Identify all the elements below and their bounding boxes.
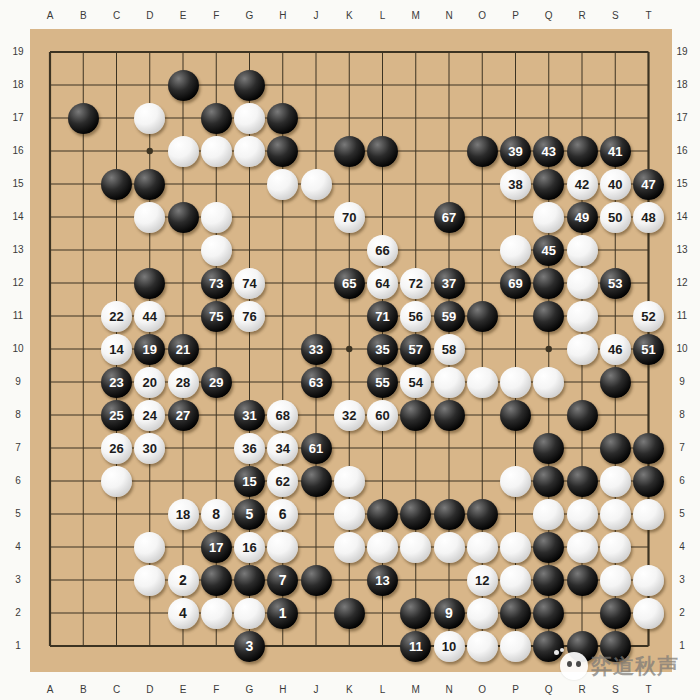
- stone-white-R4: [567, 532, 598, 563]
- move-number: 30: [143, 441, 157, 456]
- move-number: 57: [409, 342, 423, 357]
- coord-label: 4: [15, 542, 21, 552]
- stone-white-S5: [600, 499, 631, 530]
- coord-label: O: [478, 11, 486, 21]
- move-number: 48: [641, 210, 655, 225]
- stone-white-K8-move-32: 32: [334, 400, 365, 431]
- coord-label: 16: [12, 146, 23, 156]
- move-number: 21: [176, 342, 190, 357]
- move-number: 3: [246, 638, 254, 654]
- coord-label: J: [314, 685, 319, 695]
- stone-white-J15: [301, 169, 332, 200]
- coord-label: D: [146, 11, 153, 21]
- stone-white-E9-move-28: 28: [168, 367, 199, 398]
- stone-white-D9-move-20: 20: [134, 367, 165, 398]
- stone-black-Q16-move-43: 43: [533, 136, 564, 167]
- coord-label: R: [578, 11, 585, 21]
- move-number: 61: [309, 441, 323, 456]
- stone-black-F4-move-17: 17: [201, 532, 232, 563]
- stone-white-F14: [201, 202, 232, 233]
- coord-label: 8: [679, 410, 685, 420]
- stone-black-S1: [600, 631, 631, 662]
- move-number: 9: [445, 605, 453, 621]
- stone-white-O3-move-12: 12: [467, 565, 498, 596]
- coord-label: 16: [676, 146, 687, 156]
- coord-label: D: [146, 685, 153, 695]
- stone-white-C6: [101, 466, 132, 497]
- coord-label: R: [578, 685, 585, 695]
- stone-black-F11-move-75: 75: [201, 301, 232, 332]
- stone-white-G2: [234, 598, 265, 629]
- stone-black-K16: [334, 136, 365, 167]
- coord-label: 12: [12, 278, 23, 288]
- stone-white-D3: [134, 565, 165, 596]
- stone-white-R12: [567, 268, 598, 299]
- stone-white-P6: [500, 466, 531, 497]
- stone-white-K14-move-70: 70: [334, 202, 365, 233]
- stone-white-G17: [234, 103, 265, 134]
- move-number: 42: [575, 177, 589, 192]
- stone-white-P9: [500, 367, 531, 398]
- stone-black-L3-move-13: 13: [367, 565, 398, 596]
- stone-black-O11: [467, 301, 498, 332]
- coord-label: 18: [12, 80, 23, 90]
- move-number: 56: [409, 309, 423, 324]
- stone-white-R11: [567, 301, 598, 332]
- stone-white-O2: [467, 598, 498, 629]
- stone-black-H16: [267, 136, 298, 167]
- move-number: 67: [442, 210, 456, 225]
- stone-white-Q5: [533, 499, 564, 530]
- stone-black-L9-move-55: 55: [367, 367, 398, 398]
- stone-white-F13: [201, 235, 232, 266]
- move-number: 27: [176, 408, 190, 423]
- move-number: 45: [542, 243, 556, 258]
- coord-label: 19: [12, 47, 23, 57]
- coord-label: 2: [15, 608, 21, 618]
- move-number: 39: [508, 144, 522, 159]
- move-number: 68: [276, 408, 290, 423]
- stone-black-R8: [567, 400, 598, 431]
- move-number: 16: [242, 540, 256, 555]
- stone-white-S6: [600, 466, 631, 497]
- move-number: 11: [409, 639, 423, 654]
- stone-black-G18: [234, 70, 265, 101]
- stone-white-S3: [600, 565, 631, 596]
- move-number: 19: [143, 342, 157, 357]
- stone-white-N10-move-58: 58: [434, 334, 465, 365]
- stone-black-R14-move-49: 49: [567, 202, 598, 233]
- coord-label: 11: [13, 311, 23, 321]
- coord-label: A: [47, 685, 54, 695]
- move-number: 62: [276, 474, 290, 489]
- coord-label: 9: [15, 377, 21, 387]
- coord-label: K: [346, 11, 353, 21]
- coord-label: 19: [676, 47, 687, 57]
- stone-white-E5-move-18: 18: [168, 499, 199, 530]
- move-number: 54: [409, 375, 423, 390]
- stone-black-N2-move-9: 9: [434, 598, 465, 629]
- stone-black-P2: [500, 598, 531, 629]
- move-number: 24: [143, 408, 157, 423]
- move-number: 25: [109, 408, 123, 423]
- stone-black-P8: [500, 400, 531, 431]
- stone-black-B17: [68, 103, 99, 134]
- coord-label: S: [612, 11, 619, 21]
- move-number: 38: [508, 177, 522, 192]
- move-number: 1: [279, 605, 287, 621]
- stone-white-D8-move-24: 24: [134, 400, 165, 431]
- stone-black-E14: [168, 202, 199, 233]
- stone-black-S7: [600, 433, 631, 464]
- stone-white-N4: [434, 532, 465, 563]
- stone-black-L16: [367, 136, 398, 167]
- coord-label: S: [612, 685, 619, 695]
- stone-black-J10-move-33: 33: [301, 334, 332, 365]
- stone-white-K6: [334, 466, 365, 497]
- coord-label: 8: [15, 410, 21, 420]
- coord-label: 10: [676, 344, 687, 354]
- stone-white-N1-move-10: 10: [434, 631, 465, 662]
- stone-black-Q3: [533, 565, 564, 596]
- stone-black-Q11: [533, 301, 564, 332]
- move-number: 4: [179, 605, 187, 621]
- stone-white-R15-move-42: 42: [567, 169, 598, 200]
- stone-black-Q15: [533, 169, 564, 200]
- move-number: 52: [641, 309, 655, 324]
- move-number: 76: [242, 309, 256, 324]
- stone-black-J6: [301, 466, 332, 497]
- stone-black-C15: [101, 169, 132, 200]
- stone-black-P12-move-69: 69: [500, 268, 531, 299]
- coord-label: C: [113, 11, 120, 21]
- coord-label: 3: [15, 575, 21, 585]
- stone-white-H7-move-34: 34: [267, 433, 298, 464]
- move-number: 17: [209, 540, 223, 555]
- coord-label: 9: [679, 377, 685, 387]
- coord-label: 6: [15, 476, 21, 486]
- coord-label: N: [445, 11, 452, 21]
- stone-white-S4: [600, 532, 631, 563]
- stone-white-H8-move-68: 68: [267, 400, 298, 431]
- stone-white-G11-move-76: 76: [234, 301, 265, 332]
- move-number: 18: [176, 507, 190, 522]
- stone-black-C8-move-25: 25: [101, 400, 132, 431]
- stone-black-M1-move-11: 11: [400, 631, 431, 662]
- coord-label: N: [445, 685, 452, 695]
- stone-white-M4: [400, 532, 431, 563]
- stone-black-O16: [467, 136, 498, 167]
- stone-black-R6: [567, 466, 598, 497]
- coord-label: 1: [15, 641, 21, 651]
- stone-white-D4: [134, 532, 165, 563]
- stone-white-T14-move-48: 48: [633, 202, 664, 233]
- stone-black-R1: [567, 631, 598, 662]
- stone-white-H6-move-62: 62: [267, 466, 298, 497]
- move-number: 29: [209, 375, 223, 390]
- coord-label: B: [80, 685, 87, 695]
- move-number: 73: [209, 276, 223, 291]
- move-number: 36: [242, 441, 256, 456]
- stone-black-Q7: [533, 433, 564, 464]
- stone-black-T15-move-47: 47: [633, 169, 664, 200]
- move-number: 53: [608, 276, 622, 291]
- stone-white-F2: [201, 598, 232, 629]
- move-number: 12: [475, 573, 489, 588]
- stone-black-H17: [267, 103, 298, 134]
- stone-white-G16: [234, 136, 265, 167]
- stone-white-H4: [267, 532, 298, 563]
- move-number: 32: [342, 408, 356, 423]
- coord-label: 2: [679, 608, 685, 618]
- stone-white-Q14: [533, 202, 564, 233]
- stone-black-F12-move-73: 73: [201, 268, 232, 299]
- stone-white-P3: [500, 565, 531, 596]
- stone-black-P16-move-39: 39: [500, 136, 531, 167]
- coord-label: T: [645, 685, 651, 695]
- coord-label: A: [47, 11, 54, 21]
- move-number: 23: [109, 375, 123, 390]
- stone-white-M9-move-54: 54: [400, 367, 431, 398]
- stone-white-M12-move-72: 72: [400, 268, 431, 299]
- stone-white-G7-move-36: 36: [234, 433, 265, 464]
- stone-black-T6: [633, 466, 664, 497]
- stone-white-P1: [500, 631, 531, 662]
- stone-black-R3: [567, 565, 598, 596]
- coord-label: F: [213, 685, 219, 695]
- stone-black-Q12: [533, 268, 564, 299]
- move-number: 6: [279, 506, 287, 522]
- stone-black-E8-move-27: 27: [168, 400, 199, 431]
- stone-black-Q2: [533, 598, 564, 629]
- stone-black-H3-move-7: 7: [267, 565, 298, 596]
- move-number: 60: [375, 408, 389, 423]
- stone-white-D7-move-30: 30: [134, 433, 165, 464]
- stone-white-E3-move-2: 2: [168, 565, 199, 596]
- stone-white-L4: [367, 532, 398, 563]
- stone-white-S10-move-46: 46: [600, 334, 631, 365]
- stone-white-P15-move-38: 38: [500, 169, 531, 200]
- stone-white-D11-move-44: 44: [134, 301, 165, 332]
- stone-black-G8-move-31: 31: [234, 400, 265, 431]
- move-number: 31: [242, 408, 256, 423]
- stone-black-G6-move-15: 15: [234, 466, 265, 497]
- stone-black-Q13-move-45: 45: [533, 235, 564, 266]
- coord-label: G: [246, 685, 254, 695]
- move-number: 8: [212, 506, 220, 522]
- coord-label: L: [380, 685, 386, 695]
- stone-white-O1: [467, 631, 498, 662]
- stone-black-N5: [434, 499, 465, 530]
- coord-label: L: [380, 11, 386, 21]
- stone-white-Q9: [533, 367, 564, 398]
- coord-label: K: [346, 685, 353, 695]
- stone-white-T5: [633, 499, 664, 530]
- stone-black-M8: [400, 400, 431, 431]
- stone-black-S2: [600, 598, 631, 629]
- move-number: 55: [375, 375, 389, 390]
- stone-black-H2-move-1: 1: [267, 598, 298, 629]
- coord-label: 14: [12, 212, 23, 222]
- stone-white-R10: [567, 334, 598, 365]
- move-number: 28: [176, 375, 190, 390]
- coord-label: C: [113, 685, 120, 695]
- stone-white-T11-move-52: 52: [633, 301, 664, 332]
- coord-label: 5: [15, 509, 21, 519]
- move-number: 75: [209, 309, 223, 324]
- coord-label: P: [512, 685, 519, 695]
- move-number: 69: [508, 276, 522, 291]
- move-number: 41: [608, 144, 622, 159]
- stone-white-K5: [334, 499, 365, 530]
- stone-white-T3: [633, 565, 664, 596]
- move-number: 2: [179, 572, 187, 588]
- stone-white-E16: [168, 136, 199, 167]
- stone-white-D17: [134, 103, 165, 134]
- stone-black-K12-move-65: 65: [334, 268, 365, 299]
- stone-black-C9-move-23: 23: [101, 367, 132, 398]
- coord-label: H: [279, 11, 286, 21]
- move-number: 59: [442, 309, 456, 324]
- coord-label: 10: [12, 344, 23, 354]
- move-number: 70: [342, 210, 356, 225]
- coord-label: J: [314, 11, 319, 21]
- move-number: 37: [442, 276, 456, 291]
- stone-white-T2: [633, 598, 664, 629]
- move-number: 40: [608, 177, 622, 192]
- move-number: 33: [309, 342, 323, 357]
- coord-label: M: [412, 11, 420, 21]
- coord-label: 3: [679, 575, 685, 585]
- stone-black-G3: [234, 565, 265, 596]
- stone-white-G12-move-74: 74: [234, 268, 265, 299]
- coord-label: Q: [545, 685, 553, 695]
- coord-label: 15: [12, 179, 23, 189]
- coord-label: F: [213, 11, 219, 21]
- move-number: 72: [409, 276, 423, 291]
- move-number: 7: [279, 572, 287, 588]
- stone-white-G4-move-16: 16: [234, 532, 265, 563]
- coord-label: E: [180, 11, 187, 21]
- coord-label: 6: [679, 476, 685, 486]
- stone-white-H15: [267, 169, 298, 200]
- coord-label: Q: [545, 11, 553, 21]
- coord-label: P: [512, 11, 519, 21]
- coord-label: 7: [679, 443, 685, 453]
- move-number: 5: [246, 506, 254, 522]
- coord-label: 1: [679, 641, 685, 651]
- move-number: 46: [608, 342, 622, 357]
- move-number: 49: [575, 210, 589, 225]
- move-number: 63: [309, 375, 323, 390]
- coord-label: 13: [676, 245, 687, 255]
- move-number: 26: [109, 441, 123, 456]
- stone-white-C11-move-22: 22: [101, 301, 132, 332]
- stone-white-F16: [201, 136, 232, 167]
- stone-black-M10-move-57: 57: [400, 334, 431, 365]
- stone-black-L5: [367, 499, 398, 530]
- stone-white-K4: [334, 532, 365, 563]
- stone-black-Q6: [533, 466, 564, 497]
- stone-black-N11-move-59: 59: [434, 301, 465, 332]
- stone-black-E18: [168, 70, 199, 101]
- stone-black-Q4: [533, 532, 564, 563]
- move-number: 20: [143, 375, 157, 390]
- stone-black-K2: [334, 598, 365, 629]
- move-number: 44: [143, 309, 157, 324]
- stone-white-S14-move-50: 50: [600, 202, 631, 233]
- stone-white-N9: [434, 367, 465, 398]
- coord-label: B: [80, 11, 87, 21]
- stone-black-F9-move-29: 29: [201, 367, 232, 398]
- coord-label: 14: [676, 212, 687, 222]
- stone-black-L11-move-71: 71: [367, 301, 398, 332]
- stone-black-D15: [134, 169, 165, 200]
- stone-white-C10-move-14: 14: [101, 334, 132, 365]
- coord-label: 13: [12, 245, 23, 255]
- move-number: 71: [375, 309, 389, 324]
- move-number: 50: [608, 210, 622, 225]
- stone-white-L12-move-64: 64: [367, 268, 398, 299]
- stone-black-N12-move-37: 37: [434, 268, 465, 299]
- stone-white-F5-move-8: 8: [201, 499, 232, 530]
- coord-label: 12: [676, 278, 687, 288]
- stone-white-M11-move-56: 56: [400, 301, 431, 332]
- coord-label: 4: [679, 542, 685, 552]
- stone-white-S15-move-40: 40: [600, 169, 631, 200]
- stone-white-E2-move-4: 4: [168, 598, 199, 629]
- move-number: 51: [641, 342, 655, 357]
- move-number: 34: [276, 441, 290, 456]
- stone-white-L8-move-60: 60: [367, 400, 398, 431]
- stone-white-P4: [500, 532, 531, 563]
- stone-black-M5: [400, 499, 431, 530]
- move-number: 66: [375, 243, 389, 258]
- stone-white-O9: [467, 367, 498, 398]
- stone-white-L13-move-66: 66: [367, 235, 398, 266]
- coord-label: 7: [15, 443, 21, 453]
- coord-label: H: [279, 685, 286, 695]
- move-number: 64: [375, 276, 389, 291]
- move-number: 14: [109, 342, 123, 357]
- move-number: 65: [342, 276, 356, 291]
- stone-white-P13: [500, 235, 531, 266]
- stone-black-J7-move-61: 61: [301, 433, 332, 464]
- go-board: 3943413842404770674950486645737465647237…: [30, 29, 672, 672]
- stone-black-G5-move-5: 5: [234, 499, 265, 530]
- move-number: 15: [242, 474, 256, 489]
- stone-black-O5: [467, 499, 498, 530]
- stone-black-S16-move-41: 41: [600, 136, 631, 167]
- stone-black-S12-move-53: 53: [600, 268, 631, 299]
- move-number: 13: [375, 573, 389, 588]
- stone-black-N8: [434, 400, 465, 431]
- stone-black-Q1: [533, 631, 564, 662]
- coord-label: 17: [676, 113, 687, 123]
- stone-black-N14-move-67: 67: [434, 202, 465, 233]
- go-diagram: 3943413842404770674950486645737465647237…: [0, 0, 700, 700]
- coord-label: 5: [679, 509, 685, 519]
- stone-white-C7-move-26: 26: [101, 433, 132, 464]
- stone-black-T7: [633, 433, 664, 464]
- move-number: 43: [542, 144, 556, 159]
- move-number: 74: [242, 276, 256, 291]
- stone-white-D14: [134, 202, 165, 233]
- move-number: 22: [109, 309, 123, 324]
- coord-label: 15: [676, 179, 687, 189]
- coord-label: 17: [12, 113, 23, 123]
- stone-black-M2: [400, 598, 431, 629]
